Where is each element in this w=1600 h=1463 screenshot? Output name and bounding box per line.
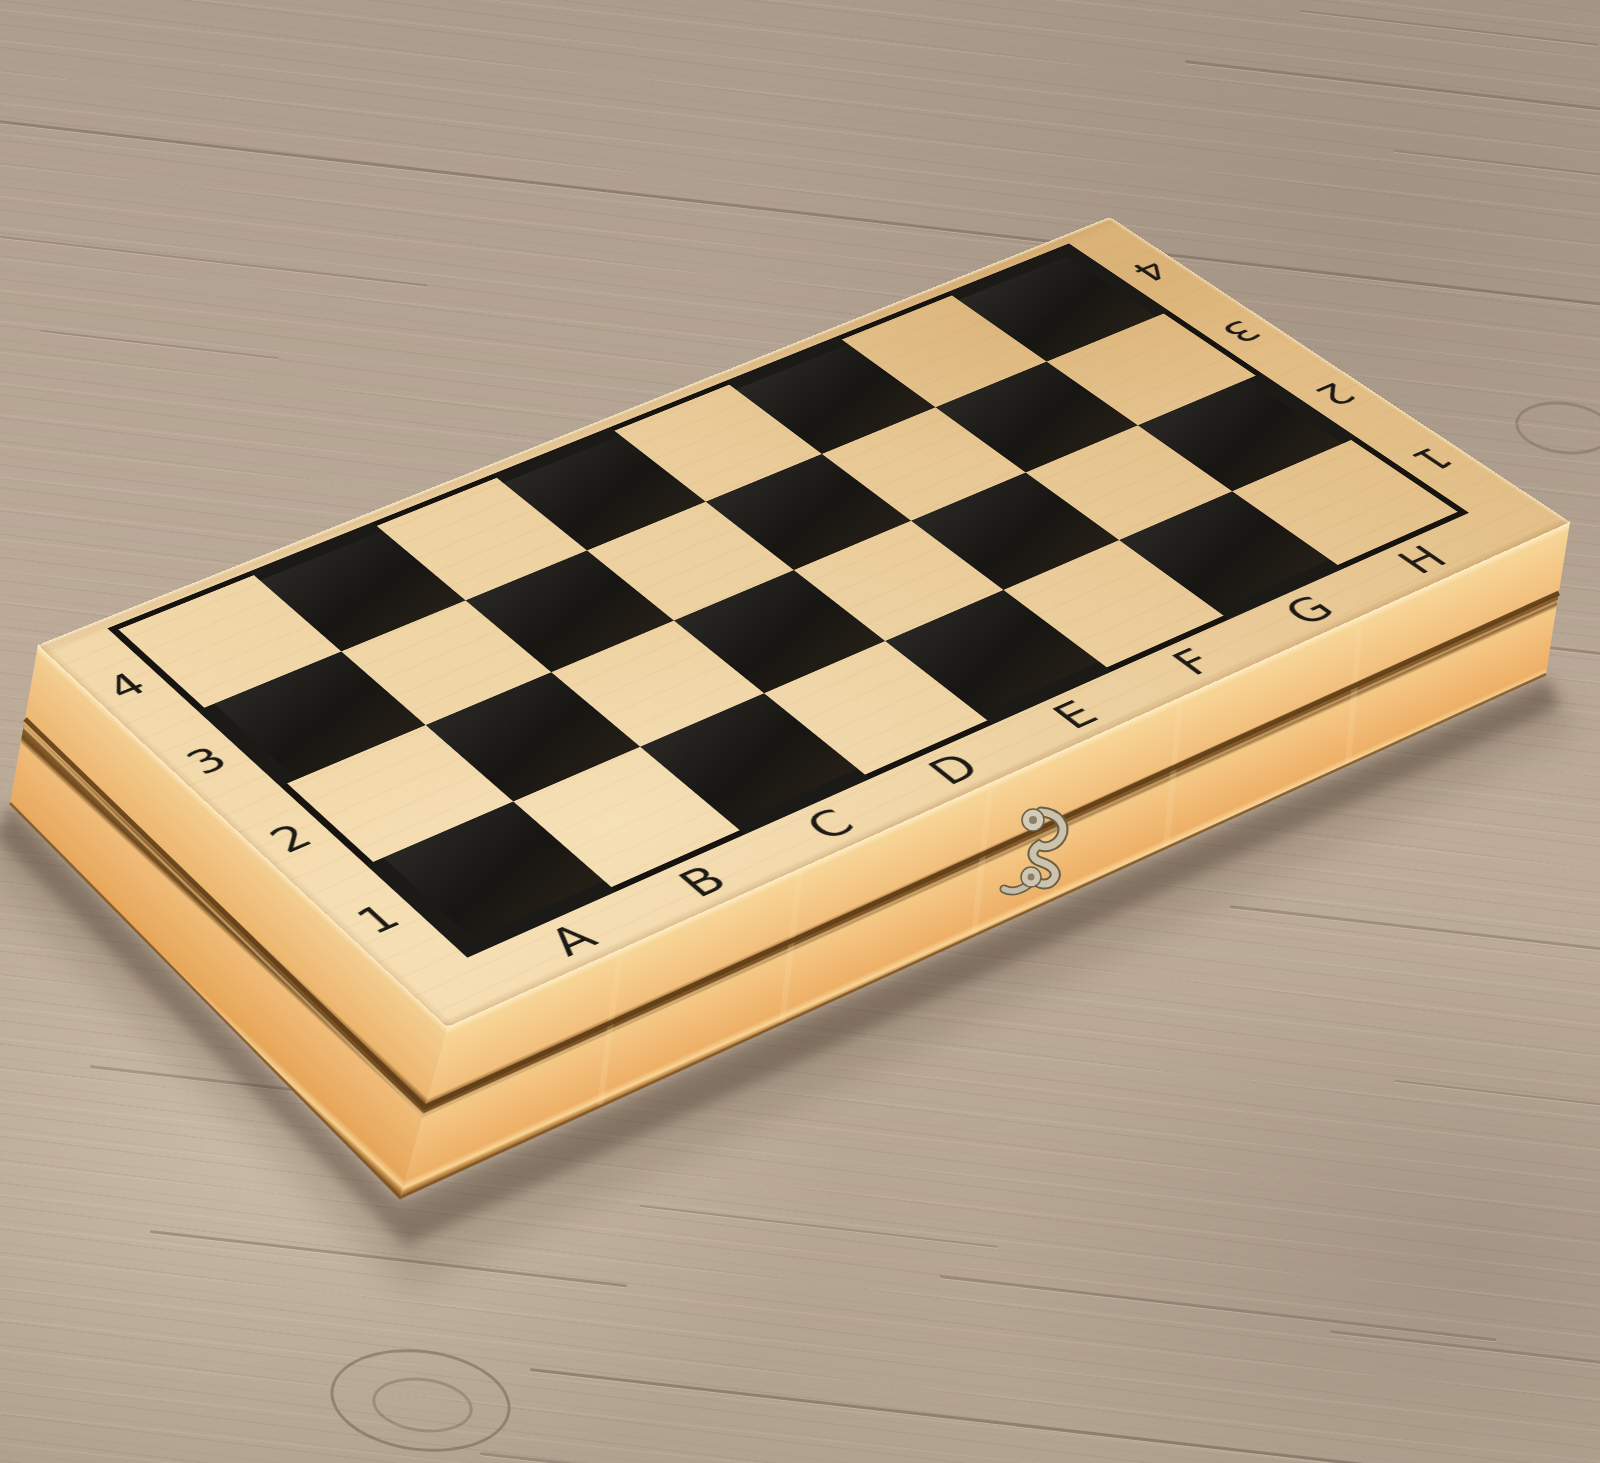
clasp-screw-bottom-center <box>1028 874 1035 881</box>
clasp-screw-top-center <box>1029 816 1037 824</box>
photo-scene: ABCDEFGH44332211 <box>0 0 1600 1463</box>
